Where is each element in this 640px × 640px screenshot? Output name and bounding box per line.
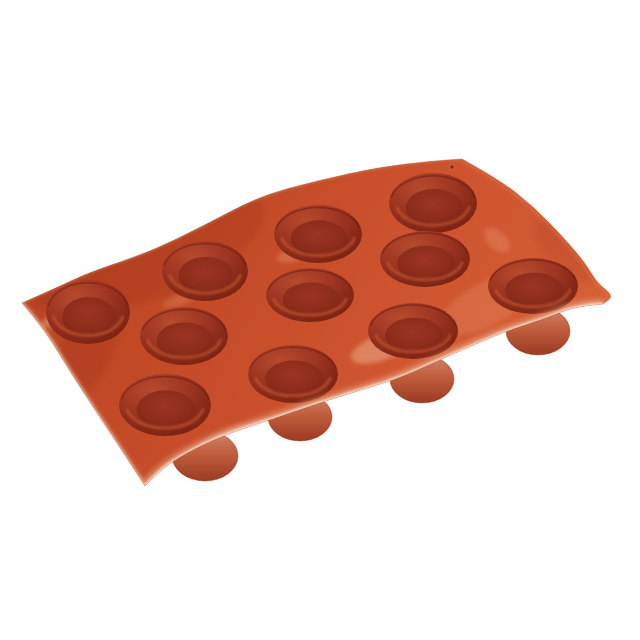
product-photo-svg xyxy=(0,0,640,640)
mold-cavity-7 xyxy=(140,307,228,365)
mold-cavity-6 xyxy=(266,268,354,322)
product-photo xyxy=(0,0,640,640)
mold-cavity-8 xyxy=(488,258,578,314)
mold-cavity-9 xyxy=(368,303,458,359)
mold-cavity-5 xyxy=(380,231,470,287)
hanging-hole xyxy=(450,165,455,170)
mold-cavity-2 xyxy=(274,205,362,263)
mold-cavity-1 xyxy=(389,173,477,233)
photo-canvas xyxy=(0,0,640,640)
mold-cavity-10 xyxy=(248,345,338,403)
mold-cavity-3 xyxy=(162,241,248,301)
mold-cavity-4 xyxy=(46,280,130,344)
mold-cavity-11 xyxy=(119,374,211,436)
